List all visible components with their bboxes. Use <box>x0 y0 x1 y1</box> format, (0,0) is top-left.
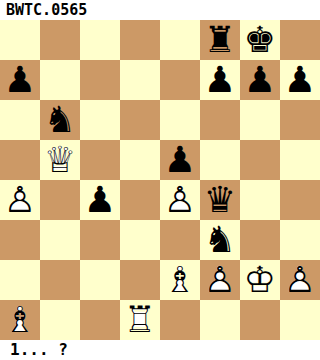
white-pawn: ♟♙ <box>200 260 240 300</box>
white-rook-outline-glyph: ♖ <box>120 300 160 340</box>
square-e2[interactable]: ♝♗ <box>160 260 200 300</box>
black-pawn: ♟ <box>280 60 320 100</box>
square-f4[interactable]: ♛ <box>200 180 240 220</box>
square-f2[interactable]: ♟♙ <box>200 260 240 300</box>
black-king: ♚ <box>240 20 280 60</box>
square-h1[interactable] <box>280 300 320 340</box>
square-d8[interactable] <box>120 20 160 60</box>
square-g4[interactable] <box>240 180 280 220</box>
square-c5[interactable] <box>80 140 120 180</box>
white-bishop-outline-glyph: ♗ <box>0 300 40 340</box>
square-c4[interactable]: ♟ <box>80 180 120 220</box>
square-f6[interactable] <box>200 100 240 140</box>
square-a1[interactable]: ♝♗ <box>0 300 40 340</box>
square-c6[interactable] <box>80 100 120 140</box>
square-e5[interactable]: ♟ <box>160 140 200 180</box>
square-d5[interactable] <box>120 140 160 180</box>
white-bishop-outline-glyph: ♗ <box>160 260 200 300</box>
square-h3[interactable] <box>280 220 320 260</box>
move-prompt: 1... ? <box>0 340 320 360</box>
black-queen: ♛ <box>200 180 240 220</box>
square-a3[interactable] <box>0 220 40 260</box>
square-a4[interactable]: ♟♙ <box>0 180 40 220</box>
square-e3[interactable] <box>160 220 200 260</box>
square-b6[interactable]: ♞ <box>40 100 80 140</box>
square-e6[interactable] <box>160 100 200 140</box>
puzzle-title: BWTC.0565 <box>0 0 320 20</box>
square-a8[interactable] <box>0 20 40 60</box>
square-f5[interactable] <box>200 140 240 180</box>
black-rook: ♜ <box>200 20 240 60</box>
square-b3[interactable] <box>40 220 80 260</box>
square-h6[interactable] <box>280 100 320 140</box>
white-bishop: ♝♗ <box>0 300 40 340</box>
square-d1[interactable]: ♜♖ <box>120 300 160 340</box>
square-d3[interactable] <box>120 220 160 260</box>
square-f1[interactable] <box>200 300 240 340</box>
white-queen-outline-glyph: ♕ <box>40 140 80 180</box>
square-a7[interactable]: ♟ <box>0 60 40 100</box>
white-pawn: ♟♙ <box>0 180 40 220</box>
square-d2[interactable] <box>120 260 160 300</box>
square-b8[interactable] <box>40 20 80 60</box>
chess-board: ♜♚♟♟♟♟♞♛♕♟♟♙♟♟♙♛♞♝♗♟♙♚♔♟♙♝♗♜♖ <box>0 20 320 340</box>
black-knight: ♞ <box>200 220 240 260</box>
square-h5[interactable] <box>280 140 320 180</box>
square-f8[interactable]: ♜ <box>200 20 240 60</box>
square-b1[interactable] <box>40 300 80 340</box>
white-pawn: ♟♙ <box>160 180 200 220</box>
square-a5[interactable] <box>0 140 40 180</box>
square-d6[interactable] <box>120 100 160 140</box>
square-a2[interactable] <box>0 260 40 300</box>
white-pawn-outline-glyph: ♙ <box>0 180 40 220</box>
square-g1[interactable] <box>240 300 280 340</box>
black-knight: ♞ <box>40 100 80 140</box>
square-b7[interactable] <box>40 60 80 100</box>
square-f7[interactable]: ♟ <box>200 60 240 100</box>
white-pawn-outline-glyph: ♙ <box>200 260 240 300</box>
square-h4[interactable] <box>280 180 320 220</box>
white-king: ♚♔ <box>240 260 280 300</box>
black-pawn: ♟ <box>200 60 240 100</box>
black-pawn: ♟ <box>80 180 120 220</box>
square-e7[interactable] <box>160 60 200 100</box>
square-g8[interactable]: ♚ <box>240 20 280 60</box>
square-h7[interactable]: ♟ <box>280 60 320 100</box>
square-b2[interactable] <box>40 260 80 300</box>
square-e4[interactable]: ♟♙ <box>160 180 200 220</box>
square-d4[interactable] <box>120 180 160 220</box>
square-c3[interactable] <box>80 220 120 260</box>
black-pawn: ♟ <box>160 140 200 180</box>
square-f3[interactable]: ♞ <box>200 220 240 260</box>
white-pawn: ♟♙ <box>280 260 320 300</box>
square-g2[interactable]: ♚♔ <box>240 260 280 300</box>
square-g3[interactable] <box>240 220 280 260</box>
square-b5[interactable]: ♛♕ <box>40 140 80 180</box>
square-c1[interactable] <box>80 300 120 340</box>
square-g7[interactable]: ♟ <box>240 60 280 100</box>
white-pawn-outline-glyph: ♙ <box>280 260 320 300</box>
black-pawn: ♟ <box>240 60 280 100</box>
square-a6[interactable] <box>0 100 40 140</box>
white-pawn-outline-glyph: ♙ <box>160 180 200 220</box>
square-d7[interactable] <box>120 60 160 100</box>
white-queen: ♛♕ <box>40 140 80 180</box>
white-king-outline-glyph: ♔ <box>240 260 280 300</box>
square-h2[interactable]: ♟♙ <box>280 260 320 300</box>
square-c2[interactable] <box>80 260 120 300</box>
square-h8[interactable] <box>280 20 320 60</box>
square-c7[interactable] <box>80 60 120 100</box>
square-g5[interactable] <box>240 140 280 180</box>
black-pawn: ♟ <box>0 60 40 100</box>
square-e1[interactable] <box>160 300 200 340</box>
white-bishop: ♝♗ <box>160 260 200 300</box>
square-b4[interactable] <box>40 180 80 220</box>
square-c8[interactable] <box>80 20 120 60</box>
white-rook: ♜♖ <box>120 300 160 340</box>
square-e8[interactable] <box>160 20 200 60</box>
square-g6[interactable] <box>240 100 280 140</box>
